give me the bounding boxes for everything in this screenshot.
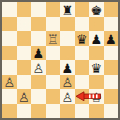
square-c6[interactable] [31,31,46,46]
square-c2[interactable] [31,89,46,104]
square-e1[interactable] [60,104,75,119]
square-b6[interactable] [17,31,32,46]
square-b8[interactable] [17,2,32,17]
black-king: ♚ [90,3,102,16]
square-h8[interactable] [104,2,119,17]
square-d1[interactable] [46,104,61,119]
black-pawn: ♟ [32,47,44,60]
square-c8[interactable] [31,2,46,17]
square-b7[interactable] [17,17,32,32]
chess-board: ♜♚♖♛♟♟♟♙♟♛♙♙♙♙♔ [2,2,118,118]
square-b5[interactable] [17,46,32,61]
white-pawn: ♙ [61,76,73,89]
square-d3[interactable] [46,75,61,90]
square-g6[interactable]: ♟ [89,31,104,46]
square-d2[interactable] [46,89,61,104]
square-a5[interactable] [2,46,17,61]
square-c1[interactable] [31,104,46,119]
square-h5[interactable] [104,46,119,61]
square-e5[interactable] [60,46,75,61]
square-h7[interactable] [104,17,119,32]
square-b4[interactable] [17,60,32,75]
square-h4[interactable] [104,60,119,75]
square-a3[interactable]: ♙ [2,75,17,90]
square-g2[interactable]: ♔ [89,89,104,104]
square-b3[interactable] [17,75,32,90]
square-a7[interactable] [2,17,17,32]
square-h3[interactable] [104,75,119,90]
square-e4[interactable]: ♟ [60,60,75,75]
square-f5[interactable] [75,46,90,61]
white-king: ♔ [90,90,102,103]
square-a2[interactable] [2,89,17,104]
square-g5[interactable] [89,46,104,61]
square-e7[interactable] [60,17,75,32]
square-g3[interactable] [89,75,104,90]
square-f2[interactable] [75,89,90,104]
square-f7[interactable] [75,17,90,32]
square-f4[interactable] [75,60,90,75]
square-d7[interactable] [46,17,61,32]
square-g8[interactable]: ♚ [89,2,104,17]
white-rook: ♖ [47,32,59,45]
square-a4[interactable] [2,60,17,75]
black-queen: ♛ [90,61,102,74]
square-d5[interactable] [46,46,61,61]
square-e6[interactable] [60,31,75,46]
square-h6[interactable]: ♟ [104,31,119,46]
white-pawn: ♙ [3,76,15,89]
square-g1[interactable] [89,104,104,119]
square-f1[interactable] [75,104,90,119]
square-a1[interactable] [2,104,17,119]
square-h1[interactable] [104,104,119,119]
square-d6[interactable]: ♖ [46,31,61,46]
black-rook: ♜ [61,3,73,16]
square-d8[interactable] [46,2,61,17]
square-e8[interactable]: ♜ [60,2,75,17]
square-b2[interactable]: ♙ [17,89,32,104]
square-f8[interactable] [75,2,90,17]
square-f3[interactable] [75,75,90,90]
square-c4[interactable]: ♙ [31,60,46,75]
white-pawn: ♙ [32,61,44,74]
square-g4[interactable]: ♛ [89,60,104,75]
square-c7[interactable] [31,17,46,32]
black-queen: ♛ [76,32,88,45]
square-g7[interactable] [89,17,104,32]
square-b1[interactable] [17,104,32,119]
square-a8[interactable] [2,2,17,17]
white-pawn: ♙ [18,90,30,103]
square-d4[interactable] [46,60,61,75]
black-pawn: ♟ [105,32,117,45]
black-pawn: ♟ [61,61,73,74]
square-e3[interactable]: ♙ [60,75,75,90]
square-h2[interactable] [104,89,119,104]
black-pawn: ♟ [90,32,102,45]
white-pawn: ♙ [61,90,73,103]
chess-diagram: ♜♚♖♛♟♟♟♙♟♛♙♙♙♙♔ [0,0,120,120]
square-c3[interactable] [31,75,46,90]
square-f6[interactable]: ♛ [75,31,90,46]
square-c5[interactable]: ♟ [31,46,46,61]
square-e2[interactable]: ♙ [60,89,75,104]
square-a6[interactable] [2,31,17,46]
